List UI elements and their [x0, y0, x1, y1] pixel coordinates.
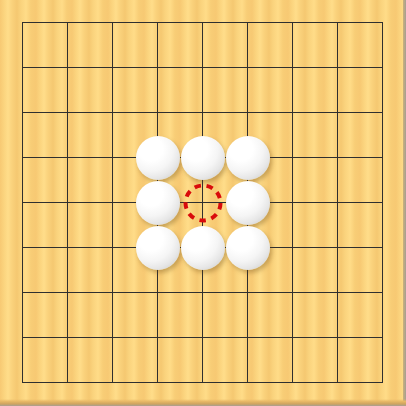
white-stone: [136, 136, 180, 180]
grid-line-vertical: [382, 22, 384, 384]
grid-line-horizontal: [22, 382, 384, 384]
grid-line-vertical: [292, 22, 294, 384]
white-stone: [136, 181, 180, 225]
board-edge-shadow-bottom: [0, 399, 406, 406]
white-stone: [226, 136, 270, 180]
go-board: [0, 0, 406, 406]
marked-point-circle-stroke: [185, 185, 220, 220]
white-stone: [226, 226, 270, 270]
grid-line-vertical: [337, 22, 339, 384]
grid-line-horizontal: [22, 337, 384, 339]
white-stone: [181, 226, 225, 270]
white-stone: [226, 181, 270, 225]
white-stone: [136, 226, 180, 270]
white-stone: [181, 136, 225, 180]
grid-line-horizontal: [22, 292, 384, 294]
marked-point-dashed-circle[interactable]: [180, 180, 226, 226]
